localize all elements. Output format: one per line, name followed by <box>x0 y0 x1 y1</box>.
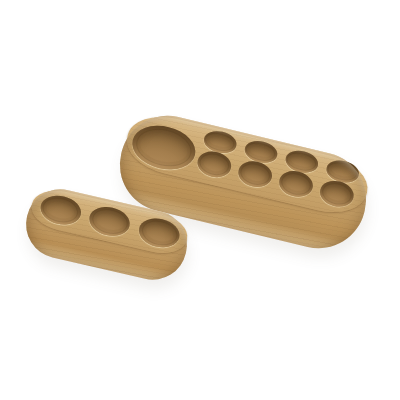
pit-hole <box>38 192 84 229</box>
pit-hole <box>87 203 133 240</box>
scene <box>0 0 400 400</box>
pit-hole <box>136 215 182 252</box>
